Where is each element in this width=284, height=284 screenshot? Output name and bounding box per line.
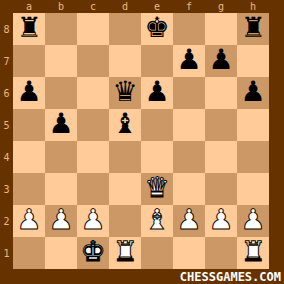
rank-label-3: 3 [0,173,13,205]
square-h4 [237,141,269,173]
square-b8 [45,13,77,45]
square-d5: ♝ [109,109,141,141]
white-pawn: ♟ [48,206,73,234]
square-b1 [45,237,77,269]
white-bishop: ♝ [144,206,169,234]
square-g1 [205,237,237,269]
file-label-d: d [109,0,141,13]
black-pawn: ♟ [144,78,169,106]
black-pawn: ♟ [208,46,233,74]
square-a5 [13,109,45,141]
square-a7 [13,45,45,77]
rank-label-4: 4 [0,141,13,173]
black-pawn: ♟ [176,46,201,74]
square-f3 [173,173,205,205]
square-a6: ♟ [13,77,45,109]
black-rook: ♜ [240,14,265,42]
square-a4 [13,141,45,173]
square-d2 [109,205,141,237]
square-f8 [173,13,205,45]
square-f7: ♟ [173,45,205,77]
square-h5 [237,109,269,141]
square-b4 [45,141,77,173]
square-h6: ♟ [237,77,269,109]
black-pawn: ♟ [240,78,265,106]
white-pawn: ♟ [208,206,233,234]
square-c3 [77,173,109,205]
square-f1 [173,237,205,269]
square-b6 [45,77,77,109]
square-h7 [237,45,269,77]
black-queen: ♛ [112,78,137,106]
square-g3 [205,173,237,205]
black-pawn: ♟ [48,110,73,138]
square-e6: ♟ [141,77,173,109]
square-c4 [77,141,109,173]
square-d8 [109,13,141,45]
file-label-c: c [77,0,109,13]
file-labels: a b c d e f g h [13,0,269,13]
square-c5 [77,109,109,141]
square-d3 [109,173,141,205]
black-pawn: ♟ [16,78,41,106]
file-label-g: g [205,0,237,13]
white-pawn: ♟ [240,206,265,234]
square-b7 [45,45,77,77]
square-b2: ♟ [45,205,77,237]
square-g6 [205,77,237,109]
square-g7: ♟ [205,45,237,77]
white-pawn: ♟ [80,206,105,234]
square-g8 [205,13,237,45]
square-g4 [205,141,237,173]
square-c1: ♚ [77,237,109,269]
square-d1: ♜ [109,237,141,269]
file-label-f: f [173,0,205,13]
square-e8: ♚ [141,13,173,45]
square-a8: ♜ [13,13,45,45]
square-h8: ♜ [237,13,269,45]
rank-label-6: 6 [0,77,13,109]
file-label-b: b [45,0,77,13]
black-bishop: ♝ [112,110,137,138]
square-e2: ♝ [141,205,173,237]
rank-label-8: 8 [0,13,13,45]
square-f4 [173,141,205,173]
square-c8 [77,13,109,45]
square-f2: ♟ [173,205,205,237]
square-g5 [205,109,237,141]
square-h3 [237,173,269,205]
square-f5 [173,109,205,141]
square-h2: ♟ [237,205,269,237]
rank-label-2: 2 [0,205,13,237]
white-rook: ♜ [112,238,137,266]
white-rook: ♜ [240,238,265,266]
black-king: ♚ [144,14,169,42]
square-a1 [13,237,45,269]
square-c7 [77,45,109,77]
square-e1 [141,237,173,269]
rank-label-5: 5 [0,109,13,141]
square-d4 [109,141,141,173]
square-a3 [13,173,45,205]
square-a2: ♟ [13,205,45,237]
white-queen: ♛ [144,174,169,202]
square-b5: ♟ [45,109,77,141]
square-d6: ♛ [109,77,141,109]
chess-diagram: { "game": "chess", "position": { "fen": … [0,0,284,284]
rank-labels: 8 7 6 5 4 3 2 1 [0,13,13,269]
square-g2: ♟ [205,205,237,237]
square-f6 [173,77,205,109]
white-pawn: ♟ [16,206,41,234]
square-c2: ♟ [77,205,109,237]
square-b3 [45,173,77,205]
square-d7 [109,45,141,77]
square-e4 [141,141,173,173]
board: ♜♚♜♟♟♟♛♟♟♟♝♛♟♟♟♝♟♟♟♚♜♜ [13,13,269,269]
square-e7 [141,45,173,77]
white-pawn: ♟ [176,206,201,234]
white-king: ♚ [80,238,105,266]
black-rook: ♜ [16,14,41,42]
rank-label-7: 7 [0,45,13,77]
watermark: CHESSGAMES.COM [180,271,281,283]
rank-label-1: 1 [0,237,13,269]
square-c6 [77,77,109,109]
square-e3: ♛ [141,173,173,205]
square-h1: ♜ [237,237,269,269]
square-e5 [141,109,173,141]
